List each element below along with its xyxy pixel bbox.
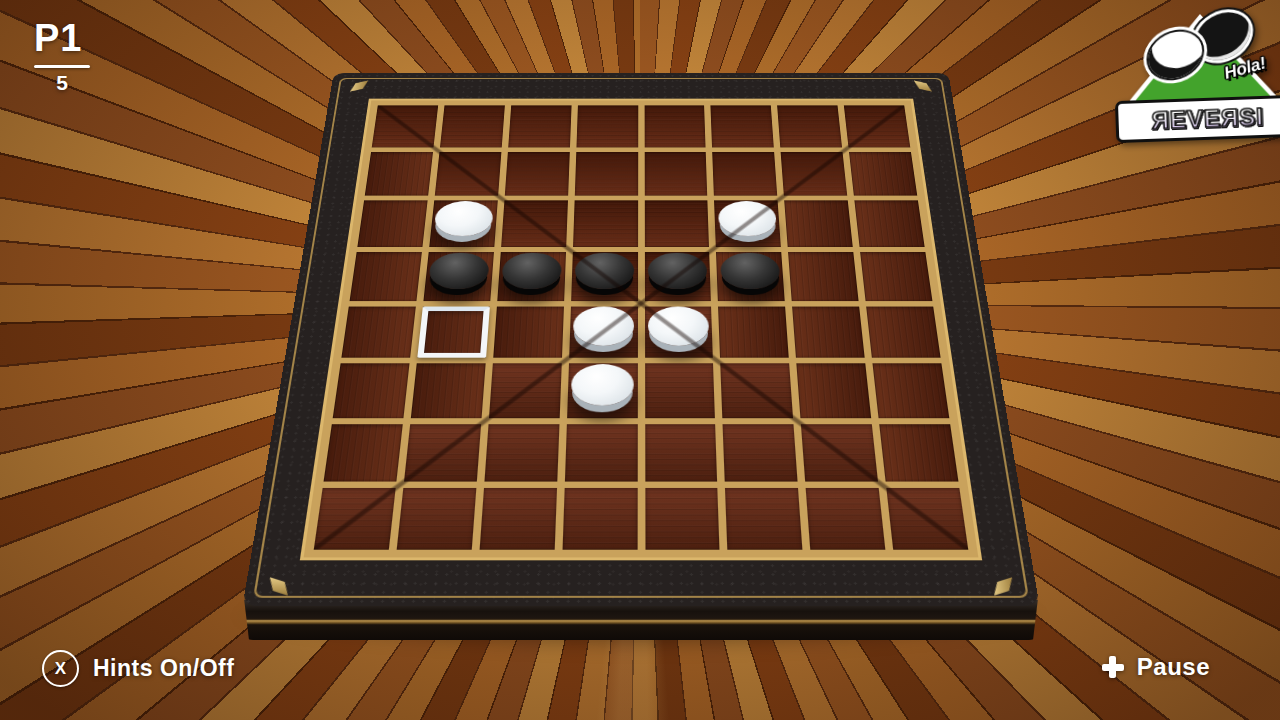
hints-label: Hints On/Off bbox=[93, 655, 234, 682]
cell-f1[interactable] bbox=[711, 105, 774, 147]
logo-title: ЯEVEЯSI bbox=[1151, 103, 1264, 135]
cell-g6[interactable] bbox=[797, 363, 872, 418]
cell-a6[interactable] bbox=[333, 363, 410, 418]
board-grid bbox=[300, 99, 982, 561]
white-disc bbox=[571, 364, 634, 405]
cell-h4[interactable] bbox=[860, 252, 932, 301]
cell-e4[interactable] bbox=[644, 252, 711, 301]
cell-c4[interactable] bbox=[497, 252, 566, 301]
cell-f6[interactable] bbox=[721, 363, 794, 418]
cell-d6[interactable] bbox=[567, 363, 638, 418]
cell-e7[interactable] bbox=[645, 424, 718, 482]
cell-d3[interactable] bbox=[573, 201, 638, 247]
x-button-icon: X bbox=[42, 650, 79, 687]
reversi-logo: Hola! ЯEVEЯSI bbox=[1112, 3, 1280, 143]
cell-a8[interactable] bbox=[314, 488, 396, 549]
black-disc bbox=[574, 252, 634, 289]
cell-a3[interactable] bbox=[357, 201, 427, 247]
cell-b3[interactable] bbox=[429, 201, 497, 247]
cell-f5[interactable] bbox=[718, 306, 789, 358]
black-disc bbox=[428, 252, 491, 289]
cell-g5[interactable] bbox=[792, 306, 864, 358]
white-disc bbox=[434, 201, 495, 236]
cell-h2[interactable] bbox=[849, 152, 917, 196]
cell-c8[interactable] bbox=[479, 488, 556, 549]
cell-h5[interactable] bbox=[866, 306, 940, 358]
cell-b6[interactable] bbox=[411, 363, 486, 418]
cell-d7[interactable] bbox=[564, 424, 637, 482]
white-disc bbox=[718, 201, 778, 236]
cell-c1[interactable] bbox=[508, 105, 571, 147]
white-disc bbox=[648, 307, 710, 346]
cell-g3[interactable] bbox=[784, 201, 852, 247]
cell-a1[interactable] bbox=[372, 105, 438, 147]
cell-h3[interactable] bbox=[855, 201, 925, 247]
hints-toggle-button[interactable]: X Hints On/Off bbox=[42, 650, 234, 687]
cell-c3[interactable] bbox=[501, 201, 568, 247]
board-scene bbox=[294, 0, 988, 647]
cell-f3[interactable] bbox=[714, 201, 781, 247]
cell-d5[interactable] bbox=[569, 306, 638, 358]
score-divider bbox=[34, 65, 90, 68]
black-disc bbox=[720, 252, 781, 289]
cell-e2[interactable] bbox=[644, 152, 707, 196]
cell-e8[interactable] bbox=[645, 488, 720, 549]
cell-g8[interactable] bbox=[806, 488, 886, 549]
cell-e5[interactable] bbox=[645, 306, 714, 358]
cell-h8[interactable] bbox=[886, 488, 968, 549]
white-disc bbox=[573, 307, 635, 346]
reversi-board bbox=[242, 73, 1039, 606]
cell-d1[interactable] bbox=[576, 105, 638, 147]
cell-g1[interactable] bbox=[777, 105, 842, 147]
cell-a7[interactable] bbox=[324, 424, 403, 482]
cell-b8[interactable] bbox=[397, 488, 477, 549]
cell-d2[interactable] bbox=[574, 152, 637, 196]
plus-button-icon bbox=[1102, 656, 1124, 678]
cell-f4[interactable] bbox=[716, 252, 785, 301]
cell-g7[interactable] bbox=[801, 424, 878, 482]
cell-h1[interactable] bbox=[844, 105, 910, 147]
pause-label: Pause bbox=[1137, 653, 1210, 681]
cell-c2[interactable] bbox=[505, 152, 570, 196]
cell-e1[interactable] bbox=[644, 105, 706, 147]
black-disc bbox=[501, 252, 562, 289]
cell-h7[interactable] bbox=[879, 424, 958, 482]
cell-f2[interactable] bbox=[713, 152, 778, 196]
highlighted-move-square[interactable] bbox=[417, 306, 489, 358]
cell-d4[interactable] bbox=[571, 252, 638, 301]
cell-a4[interactable] bbox=[350, 252, 422, 301]
cell-c5[interactable] bbox=[493, 306, 564, 358]
x-button-glyph: X bbox=[55, 659, 66, 679]
cell-b1[interactable] bbox=[440, 105, 505, 147]
player-score-value: 5 bbox=[34, 71, 90, 95]
logo-title-bar: ЯEVEЯSI bbox=[1115, 95, 1280, 143]
cell-a5[interactable] bbox=[341, 306, 415, 358]
black-disc bbox=[648, 252, 708, 289]
cell-e3[interactable] bbox=[644, 201, 709, 247]
cell-h6[interactable] bbox=[873, 363, 950, 418]
cell-b2[interactable] bbox=[435, 152, 502, 196]
cell-d8[interactable] bbox=[562, 488, 637, 549]
pause-button[interactable]: Pause bbox=[1102, 653, 1210, 681]
cell-c6[interactable] bbox=[489, 363, 562, 418]
cell-c7[interactable] bbox=[484, 424, 559, 482]
cell-f8[interactable] bbox=[725, 488, 802, 549]
cell-f7[interactable] bbox=[723, 424, 798, 482]
cell-a2[interactable] bbox=[365, 152, 433, 196]
cell-e6[interactable] bbox=[645, 363, 716, 418]
cell-b4[interactable] bbox=[423, 252, 493, 301]
cell-g4[interactable] bbox=[788, 252, 858, 301]
player-label: P1 bbox=[34, 18, 90, 60]
cell-b7[interactable] bbox=[404, 424, 481, 482]
cell-g2[interactable] bbox=[781, 152, 848, 196]
player-score-panel: P1 5 bbox=[34, 18, 90, 95]
cell-b5[interactable] bbox=[417, 306, 489, 358]
